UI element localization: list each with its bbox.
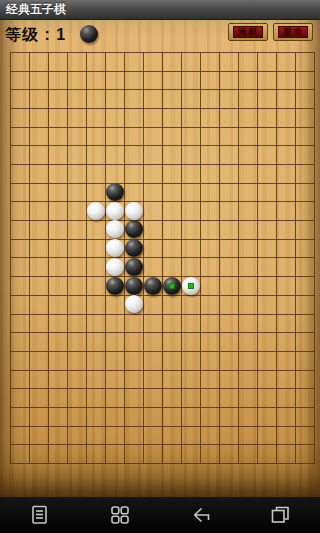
black-stone	[125, 258, 143, 276]
app-title: 经典五子棋	[6, 2, 66, 16]
level-label: 等级 : 1	[5, 24, 66, 46]
undo-button-label: 悔棋	[233, 26, 263, 38]
navigation-bar	[0, 497, 320, 533]
white-stone	[125, 202, 143, 220]
white-stone	[87, 202, 105, 220]
back-icon[interactable]	[188, 503, 212, 527]
apps-icon[interactable]	[108, 503, 132, 527]
black-stone	[106, 183, 124, 201]
menu-icon[interactable]	[28, 503, 52, 527]
restart-button[interactable]: 重来	[273, 23, 313, 41]
white-stone	[106, 258, 124, 276]
undo-button[interactable]: 悔棋	[228, 23, 268, 41]
black-stone	[125, 220, 143, 238]
white-stone	[125, 295, 143, 313]
last-move-marker	[169, 283, 175, 289]
recents-icon[interactable]	[268, 503, 292, 527]
title-bar: 经典五子棋	[0, 0, 320, 20]
black-stone	[125, 277, 143, 295]
black-stone	[125, 239, 143, 257]
white-stone	[106, 202, 124, 220]
white-stone	[106, 239, 124, 257]
white-stone	[182, 277, 200, 295]
game-table: 等级 : 1 悔棋 重来	[0, 20, 320, 497]
last-move-marker	[188, 283, 194, 289]
gomoku-board[interactable]	[10, 52, 315, 464]
black-stone	[106, 277, 124, 295]
turn-indicator-black-stone	[80, 25, 98, 43]
restart-button-label: 重来	[278, 26, 308, 38]
white-stone	[106, 220, 124, 238]
black-stone	[144, 277, 162, 295]
black-stone	[163, 277, 181, 295]
